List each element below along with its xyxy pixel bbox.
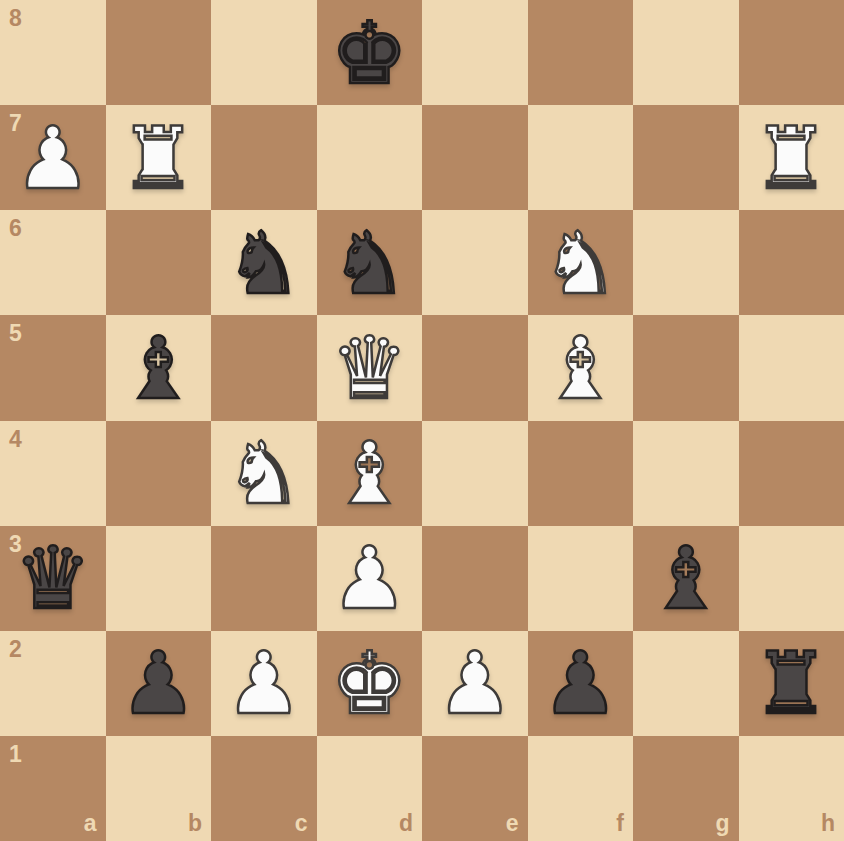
- piece-black-knight-c6[interactable]: ♞: [225, 220, 302, 306]
- square-f3[interactable]: [528, 526, 634, 631]
- piece-white-pawn-d3[interactable]: ♟: [331, 535, 408, 621]
- piece-black-bishop-g3[interactable]: ♝: [647, 535, 724, 621]
- square-b3[interactable]: [106, 526, 212, 631]
- square-g5[interactable]: [633, 315, 739, 420]
- square-f7[interactable]: [528, 105, 634, 210]
- square-a1[interactable]: 1a: [0, 736, 106, 841]
- square-b8[interactable]: [106, 0, 212, 105]
- square-h2[interactable]: ♜: [739, 631, 844, 736]
- piece-white-bishop-d4[interactable]: ♝: [331, 430, 408, 516]
- square-h8[interactable]: [739, 0, 844, 105]
- square-b4[interactable]: [106, 421, 212, 526]
- rank-label-6: 6: [9, 217, 22, 240]
- piece-black-king-d8[interactable]: ♚: [331, 10, 408, 96]
- square-g4[interactable]: [633, 421, 739, 526]
- piece-black-bishop-b5[interactable]: ♝: [120, 325, 197, 411]
- piece-white-king-d2[interactable]: ♚: [331, 640, 408, 726]
- square-c8[interactable]: [211, 0, 317, 105]
- square-g8[interactable]: [633, 0, 739, 105]
- square-a6[interactable]: 6: [0, 210, 106, 315]
- rank-label-5: 5: [9, 322, 22, 345]
- piece-white-knight-c4[interactable]: ♞: [225, 430, 302, 516]
- square-h5[interactable]: [739, 315, 844, 420]
- square-d5[interactable]: ♛: [317, 315, 423, 420]
- piece-black-pawn-f2[interactable]: ♟: [542, 640, 619, 726]
- square-g7[interactable]: [633, 105, 739, 210]
- piece-black-knight-d6[interactable]: ♞: [331, 220, 408, 306]
- piece-white-knight-f6[interactable]: ♞: [542, 220, 619, 306]
- square-a3[interactable]: 3♛: [0, 526, 106, 631]
- square-h3[interactable]: [739, 526, 844, 631]
- square-g2[interactable]: [633, 631, 739, 736]
- square-b1[interactable]: b: [106, 736, 212, 841]
- square-f4[interactable]: [528, 421, 634, 526]
- square-e5[interactable]: [422, 315, 528, 420]
- square-e4[interactable]: [422, 421, 528, 526]
- square-e1[interactable]: e: [422, 736, 528, 841]
- square-d8[interactable]: ♚: [317, 0, 423, 105]
- square-e8[interactable]: [422, 0, 528, 105]
- square-c2[interactable]: ♟: [211, 631, 317, 736]
- piece-white-rook-h7[interactable]: ♜: [753, 115, 830, 201]
- square-f2[interactable]: ♟: [528, 631, 634, 736]
- square-f8[interactable]: [528, 0, 634, 105]
- square-e2[interactable]: ♟: [422, 631, 528, 736]
- square-g3[interactable]: ♝: [633, 526, 739, 631]
- file-label-e: e: [506, 812, 519, 835]
- square-c6[interactable]: ♞: [211, 210, 317, 315]
- file-label-b: b: [188, 812, 202, 835]
- square-d1[interactable]: d: [317, 736, 423, 841]
- square-h7[interactable]: ♜: [739, 105, 844, 210]
- square-h4[interactable]: [739, 421, 844, 526]
- chess-board: 8♚7♟♜♜6♞♞♞5♝♛♝4♞♝3♛♟♝2♟♟♚♟♟♜1abcdefgh: [0, 0, 844, 841]
- file-label-d: d: [399, 812, 413, 835]
- piece-black-queen-a3[interactable]: ♛: [14, 535, 91, 621]
- piece-black-rook-h2[interactable]: ♜: [753, 640, 830, 726]
- square-a5[interactable]: 5: [0, 315, 106, 420]
- rank-label-1: 1: [9, 743, 22, 766]
- square-e3[interactable]: [422, 526, 528, 631]
- square-a2[interactable]: 2: [0, 631, 106, 736]
- rank-label-2: 2: [9, 638, 22, 661]
- square-c7[interactable]: [211, 105, 317, 210]
- file-label-f: f: [616, 812, 624, 835]
- square-b7[interactable]: ♜: [106, 105, 212, 210]
- rank-label-8: 8: [9, 7, 22, 30]
- square-f1[interactable]: f: [528, 736, 634, 841]
- square-g6[interactable]: [633, 210, 739, 315]
- square-e6[interactable]: [422, 210, 528, 315]
- piece-white-pawn-c2[interactable]: ♟: [225, 640, 302, 726]
- piece-white-pawn-e2[interactable]: ♟: [436, 640, 513, 726]
- piece-white-pawn-a7[interactable]: ♟: [14, 115, 91, 201]
- square-b5[interactable]: ♝: [106, 315, 212, 420]
- square-d7[interactable]: [317, 105, 423, 210]
- file-label-a: a: [84, 812, 97, 835]
- square-a7[interactable]: 7♟: [0, 105, 106, 210]
- square-d3[interactable]: ♟: [317, 526, 423, 631]
- square-b2[interactable]: ♟: [106, 631, 212, 736]
- square-g1[interactable]: g: [633, 736, 739, 841]
- square-c3[interactable]: [211, 526, 317, 631]
- file-label-h: h: [821, 812, 835, 835]
- square-a8[interactable]: 8: [0, 0, 106, 105]
- square-d2[interactable]: ♚: [317, 631, 423, 736]
- piece-white-bishop-f5[interactable]: ♝: [542, 325, 619, 411]
- piece-black-pawn-b2[interactable]: ♟: [120, 640, 197, 726]
- square-c4[interactable]: ♞: [211, 421, 317, 526]
- piece-white-queen-d5[interactable]: ♛: [331, 325, 408, 411]
- square-h6[interactable]: [739, 210, 844, 315]
- square-f5[interactable]: ♝: [528, 315, 634, 420]
- square-h1[interactable]: h: [739, 736, 844, 841]
- square-b6[interactable]: [106, 210, 212, 315]
- square-c5[interactable]: [211, 315, 317, 420]
- square-a4[interactable]: 4: [0, 421, 106, 526]
- square-f6[interactable]: ♞: [528, 210, 634, 315]
- square-d6[interactable]: ♞: [317, 210, 423, 315]
- piece-white-rook-b7[interactable]: ♜: [120, 115, 197, 201]
- square-d4[interactable]: ♝: [317, 421, 423, 526]
- rank-label-4: 4: [9, 428, 22, 451]
- square-c1[interactable]: c: [211, 736, 317, 841]
- square-e7[interactable]: [422, 105, 528, 210]
- file-label-g: g: [715, 812, 729, 835]
- file-label-c: c: [295, 812, 308, 835]
